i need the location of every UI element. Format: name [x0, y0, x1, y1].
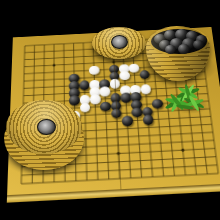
lid-medallion-icon [111, 35, 128, 49]
black-stone [79, 80, 90, 90]
white-stone [90, 94, 101, 104]
stone-bowl-lid [92, 27, 146, 59]
bowl-medallion-icon [37, 119, 56, 135]
star-point [53, 64, 56, 67]
closed-stone-bowl [4, 100, 84, 172]
white-stone [89, 65, 100, 75]
star-point [181, 149, 184, 152]
go-set-photo [0, 0, 220, 220]
plant-icon [163, 74, 209, 118]
black-stone [122, 116, 133, 127]
black-stone [142, 114, 154, 125]
black-stone [152, 99, 163, 109]
